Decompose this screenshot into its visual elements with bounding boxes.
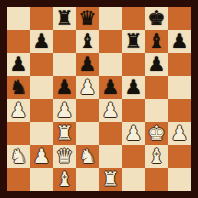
- square-b8[interactable]: [30, 7, 53, 30]
- chess-board: ♜♛♚♟♝♜♝♟♟♟♟♞♟♟♟♟♟♟♟♜♟♚♟♞♟♛♞♝♝♜: [7, 7, 191, 191]
- square-c3[interactable]: ♜: [53, 122, 76, 145]
- square-a4[interactable]: ♟: [7, 99, 30, 122]
- square-d2[interactable]: ♞: [76, 145, 99, 168]
- square-f5[interactable]: ♟: [122, 76, 145, 99]
- piece-white-pawn[interactable]: ♟: [102, 99, 120, 122]
- piece-black-pawn[interactable]: ♟: [125, 76, 143, 99]
- square-d1[interactable]: [76, 168, 99, 191]
- piece-black-pawn[interactable]: ♟: [148, 53, 166, 76]
- square-a1[interactable]: [7, 168, 30, 191]
- square-c8[interactable]: ♜: [53, 7, 76, 30]
- square-e5[interactable]: ♟: [99, 76, 122, 99]
- square-f4[interactable]: [122, 99, 145, 122]
- piece-black-rook[interactable]: ♜: [56, 7, 74, 30]
- square-b4[interactable]: [30, 99, 53, 122]
- piece-white-pawn[interactable]: ♟: [10, 99, 28, 122]
- piece-white-queen[interactable]: ♛: [56, 145, 74, 168]
- square-c1[interactable]: ♝: [53, 168, 76, 191]
- piece-white-bishop[interactable]: ♝: [56, 168, 74, 191]
- square-d5[interactable]: ♟: [76, 76, 99, 99]
- piece-black-pawn[interactable]: ♟: [33, 30, 51, 53]
- square-g1[interactable]: [145, 168, 168, 191]
- square-d7[interactable]: ♝: [76, 30, 99, 53]
- square-b6[interactable]: [30, 53, 53, 76]
- square-c6[interactable]: [53, 53, 76, 76]
- piece-black-pawn[interactable]: ♟: [171, 30, 189, 53]
- square-g7[interactable]: ♝: [145, 30, 168, 53]
- piece-white-pawn[interactable]: ♟: [171, 122, 189, 145]
- square-f2[interactable]: [122, 145, 145, 168]
- square-c2[interactable]: ♛: [53, 145, 76, 168]
- piece-black-bishop[interactable]: ♝: [148, 30, 166, 53]
- square-h2[interactable]: [168, 145, 191, 168]
- square-a5[interactable]: ♞: [7, 76, 30, 99]
- square-e2[interactable]: [99, 145, 122, 168]
- square-b3[interactable]: [30, 122, 53, 145]
- square-b2[interactable]: ♟: [30, 145, 53, 168]
- square-g2[interactable]: ♝: [145, 145, 168, 168]
- square-f8[interactable]: [122, 7, 145, 30]
- square-e1[interactable]: ♜: [99, 168, 122, 191]
- piece-black-rook[interactable]: ♜: [125, 30, 143, 53]
- square-a6[interactable]: ♟: [7, 53, 30, 76]
- square-c4[interactable]: ♟: [53, 99, 76, 122]
- square-e8[interactable]: [99, 7, 122, 30]
- square-g5[interactable]: [145, 76, 168, 99]
- square-h6[interactable]: [168, 53, 191, 76]
- square-d4[interactable]: [76, 99, 99, 122]
- square-g6[interactable]: ♟: [145, 53, 168, 76]
- square-h4[interactable]: [168, 99, 191, 122]
- piece-white-knight[interactable]: ♞: [10, 145, 28, 168]
- square-b7[interactable]: ♟: [30, 30, 53, 53]
- square-h5[interactable]: [168, 76, 191, 99]
- square-f1[interactable]: [122, 168, 145, 191]
- piece-white-rook[interactable]: ♜: [56, 122, 74, 145]
- piece-black-knight[interactable]: ♞: [10, 76, 28, 99]
- piece-black-pawn[interactable]: ♟: [56, 76, 74, 99]
- square-b5[interactable]: [30, 76, 53, 99]
- piece-white-rook[interactable]: ♜: [102, 168, 120, 191]
- square-h8[interactable]: [168, 7, 191, 30]
- square-c5[interactable]: ♟: [53, 76, 76, 99]
- square-f6[interactable]: [122, 53, 145, 76]
- square-b1[interactable]: [30, 168, 53, 191]
- square-h3[interactable]: ♟: [168, 122, 191, 145]
- square-d3[interactable]: [76, 122, 99, 145]
- square-f7[interactable]: ♜: [122, 30, 145, 53]
- piece-black-queen[interactable]: ♛: [79, 7, 97, 30]
- piece-white-knight[interactable]: ♞: [79, 145, 97, 168]
- square-g4[interactable]: [145, 99, 168, 122]
- square-c7[interactable]: [53, 30, 76, 53]
- square-e3[interactable]: [99, 122, 122, 145]
- piece-white-pawn[interactable]: ♟: [79, 76, 97, 99]
- piece-black-king[interactable]: ♚: [148, 7, 166, 30]
- piece-black-pawn[interactable]: ♟: [102, 76, 120, 99]
- square-a8[interactable]: [7, 7, 30, 30]
- square-h7[interactable]: ♟: [168, 30, 191, 53]
- piece-white-king[interactable]: ♚: [148, 122, 166, 145]
- square-a3[interactable]: [7, 122, 30, 145]
- square-g3[interactable]: ♚: [145, 122, 168, 145]
- board-frame: ♜♛♚♟♝♜♝♟♟♟♟♞♟♟♟♟♟♟♟♜♟♚♟♞♟♛♞♝♝♜: [0, 0, 198, 198]
- piece-white-bishop[interactable]: ♝: [148, 145, 166, 168]
- piece-black-bishop[interactable]: ♝: [79, 30, 97, 53]
- square-g8[interactable]: ♚: [145, 7, 168, 30]
- square-h1[interactable]: [168, 168, 191, 191]
- square-e6[interactable]: [99, 53, 122, 76]
- piece-black-pawn[interactable]: ♟: [10, 53, 28, 76]
- piece-white-pawn[interactable]: ♟: [33, 145, 51, 168]
- piece-white-pawn[interactable]: ♟: [125, 122, 143, 145]
- square-e7[interactable]: [99, 30, 122, 53]
- square-a7[interactable]: [7, 30, 30, 53]
- square-e4[interactable]: ♟: [99, 99, 122, 122]
- piece-white-pawn[interactable]: ♟: [56, 99, 74, 122]
- piece-black-pawn[interactable]: ♟: [79, 53, 97, 76]
- square-f3[interactable]: ♟: [122, 122, 145, 145]
- square-d6[interactable]: ♟: [76, 53, 99, 76]
- square-d8[interactable]: ♛: [76, 7, 99, 30]
- square-a2[interactable]: ♞: [7, 145, 30, 168]
